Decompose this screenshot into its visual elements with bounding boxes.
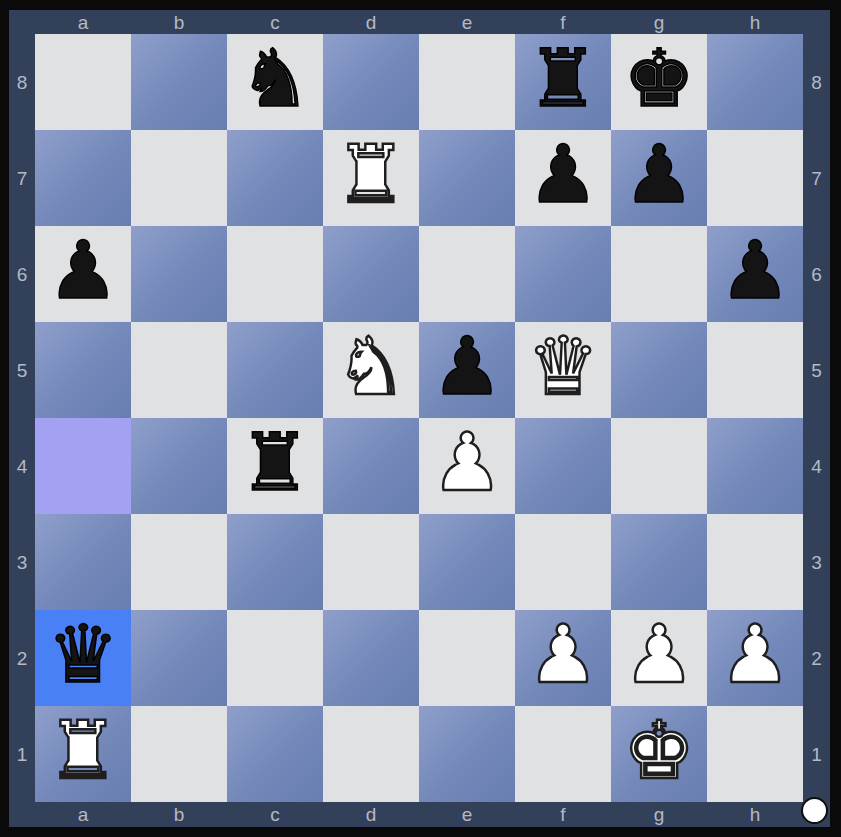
chess-board: abcdefgh8♞♜♚87♜♟♟76♟♟65♞♟♛54♜♟4332♛♟♟♟21… [9, 10, 830, 827]
square-c6[interactable] [227, 226, 323, 322]
square-c3[interactable] [227, 514, 323, 610]
file-label-bottom-c: c [227, 802, 323, 827]
rank-label-right-5: 5 [803, 322, 830, 418]
square-f5[interactable]: ♛ [515, 322, 611, 418]
square-g7[interactable]: ♟ [611, 130, 707, 226]
square-c2[interactable] [227, 610, 323, 706]
square-e6[interactable] [419, 226, 515, 322]
square-e2[interactable] [419, 610, 515, 706]
black-pawn[interactable]: ♟ [431, 327, 503, 407]
file-label-bottom-e: e [419, 802, 515, 827]
white-to-move-indicator [801, 797, 828, 824]
square-g4[interactable] [611, 418, 707, 514]
square-g8[interactable]: ♚ [611, 34, 707, 130]
black-king[interactable]: ♚ [623, 39, 695, 119]
square-h3[interactable] [707, 514, 803, 610]
square-a2[interactable]: ♛ [35, 610, 131, 706]
square-d2[interactable] [323, 610, 419, 706]
square-h1[interactable] [707, 706, 803, 802]
rank-label-left-1: 1 [9, 706, 35, 802]
square-d8[interactable] [323, 34, 419, 130]
rank-label-left-7: 7 [9, 130, 35, 226]
white-king[interactable]: ♚ [623, 711, 695, 791]
rank-label-left-4: 4 [9, 418, 35, 514]
black-rook[interactable]: ♜ [239, 423, 311, 503]
square-g3[interactable] [611, 514, 707, 610]
square-e4[interactable]: ♟ [419, 418, 515, 514]
white-knight[interactable]: ♞ [335, 327, 407, 407]
square-b7[interactable] [131, 130, 227, 226]
square-f1[interactable] [515, 706, 611, 802]
square-b3[interactable] [131, 514, 227, 610]
square-h2[interactable]: ♟ [707, 610, 803, 706]
white-queen[interactable]: ♛ [527, 327, 599, 407]
square-a3[interactable] [35, 514, 131, 610]
square-b6[interactable] [131, 226, 227, 322]
rank-label-right-7: 7 [803, 130, 830, 226]
file-label-bottom-d: d [323, 802, 419, 827]
square-c5[interactable] [227, 322, 323, 418]
file-label-top-b: b [131, 10, 227, 34]
square-d7[interactable]: ♜ [323, 130, 419, 226]
square-b8[interactable] [131, 34, 227, 130]
file-label-top-h: h [707, 10, 803, 34]
square-f2[interactable]: ♟ [515, 610, 611, 706]
rank-label-left-8: 8 [9, 34, 35, 130]
square-e5[interactable]: ♟ [419, 322, 515, 418]
square-b1[interactable] [131, 706, 227, 802]
black-pawn[interactable]: ♟ [47, 231, 119, 311]
white-rook[interactable]: ♜ [47, 711, 119, 791]
rank-label-left-2: 2 [9, 610, 35, 706]
rank-label-right-8: 8 [803, 34, 830, 130]
rank-label-left-6: 6 [9, 226, 35, 322]
white-pawn[interactable]: ♟ [719, 615, 791, 695]
rank-label-right-2: 2 [803, 610, 830, 706]
square-e7[interactable] [419, 130, 515, 226]
square-a7[interactable] [35, 130, 131, 226]
square-d3[interactable] [323, 514, 419, 610]
file-label-bottom-g: g [611, 802, 707, 827]
square-d6[interactable] [323, 226, 419, 322]
rank-label-right-6: 6 [803, 226, 830, 322]
white-pawn[interactable]: ♟ [431, 423, 503, 503]
rank-label-right-4: 4 [803, 418, 830, 514]
square-g1[interactable]: ♚ [611, 706, 707, 802]
square-d1[interactable] [323, 706, 419, 802]
square-h6[interactable]: ♟ [707, 226, 803, 322]
white-pawn[interactable]: ♟ [527, 615, 599, 695]
frame-corner [803, 10, 830, 34]
square-f3[interactable] [515, 514, 611, 610]
square-b2[interactable] [131, 610, 227, 706]
white-rook[interactable]: ♜ [335, 135, 407, 215]
black-queen[interactable]: ♛ [47, 615, 119, 695]
square-g2[interactable]: ♟ [611, 610, 707, 706]
frame-corner [9, 10, 35, 34]
file-label-top-g: g [611, 10, 707, 34]
square-d5[interactable]: ♞ [323, 322, 419, 418]
chess-app-screenshot: abcdefgh8♞♜♚87♜♟♟76♟♟65♞♟♛54♜♟4332♛♟♟♟21… [0, 0, 841, 837]
square-e8[interactable] [419, 34, 515, 130]
file-label-top-a: a [35, 10, 131, 34]
square-g6[interactable] [611, 226, 707, 322]
square-f7[interactable]: ♟ [515, 130, 611, 226]
rank-label-right-3: 3 [803, 514, 830, 610]
file-label-bottom-a: a [35, 802, 131, 827]
square-h8[interactable] [707, 34, 803, 130]
square-a4[interactable] [35, 418, 131, 514]
square-g5[interactable] [611, 322, 707, 418]
file-label-top-e: e [419, 10, 515, 34]
square-f8[interactable]: ♜ [515, 34, 611, 130]
square-a5[interactable] [35, 322, 131, 418]
square-e3[interactable] [419, 514, 515, 610]
black-rook[interactable]: ♜ [527, 39, 599, 119]
square-h4[interactable] [707, 418, 803, 514]
white-pawn[interactable]: ♟ [623, 615, 695, 695]
frame-corner [9, 802, 35, 827]
rank-label-left-5: 5 [9, 322, 35, 418]
square-d4[interactable] [323, 418, 419, 514]
square-a6[interactable]: ♟ [35, 226, 131, 322]
black-pawn[interactable]: ♟ [719, 231, 791, 311]
square-h5[interactable] [707, 322, 803, 418]
file-label-bottom-f: f [515, 802, 611, 827]
file-label-top-c: c [227, 10, 323, 34]
file-label-top-d: d [323, 10, 419, 34]
rank-label-left-3: 3 [9, 514, 35, 610]
file-label-bottom-h: h [707, 802, 803, 827]
square-f4[interactable] [515, 418, 611, 514]
square-c1[interactable] [227, 706, 323, 802]
square-e1[interactable] [419, 706, 515, 802]
file-label-top-f: f [515, 10, 611, 34]
rank-label-right-1: 1 [803, 706, 830, 802]
file-label-bottom-b: b [131, 802, 227, 827]
square-c8[interactable]: ♞ [227, 34, 323, 130]
square-a1[interactable]: ♜ [35, 706, 131, 802]
square-a8[interactable] [35, 34, 131, 130]
square-c4[interactable]: ♜ [227, 418, 323, 514]
black-pawn[interactable]: ♟ [623, 135, 695, 215]
square-b4[interactable] [131, 418, 227, 514]
black-knight[interactable]: ♞ [239, 39, 311, 119]
square-h7[interactable] [707, 130, 803, 226]
square-f6[interactable] [515, 226, 611, 322]
square-b5[interactable] [131, 322, 227, 418]
black-pawn[interactable]: ♟ [527, 135, 599, 215]
square-c7[interactable] [227, 130, 323, 226]
